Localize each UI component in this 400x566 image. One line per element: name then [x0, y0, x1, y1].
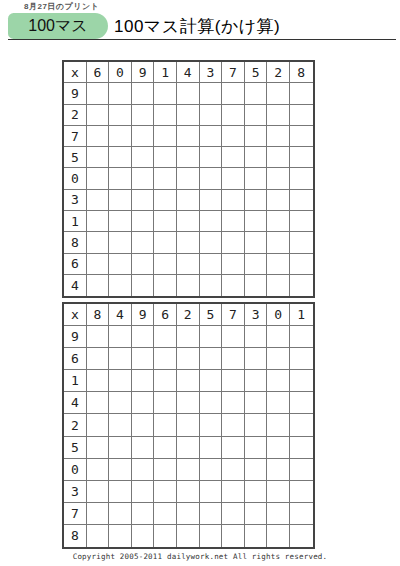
answer-cell[interactable] — [222, 232, 245, 253]
left-header-cell: 5 — [64, 437, 87, 459]
answer-cell[interactable] — [154, 211, 177, 232]
answer-cell[interactable] — [267, 525, 290, 547]
answer-cell[interactable] — [109, 211, 132, 232]
answer-cell[interactable] — [290, 147, 313, 168]
answer-cell[interactable] — [245, 275, 268, 296]
top-header-cell: 1 — [290, 304, 313, 326]
answer-cell[interactable] — [109, 190, 132, 211]
answer-cell[interactable] — [290, 392, 313, 414]
answer-cell[interactable] — [87, 254, 110, 275]
answer-cell[interactable] — [245, 211, 268, 232]
answer-cell[interactable] — [290, 326, 313, 348]
answer-cell[interactable] — [200, 503, 223, 525]
top-header-cell: 0 — [109, 62, 132, 83]
answer-cell[interactable] — [177, 254, 200, 275]
answer-cell[interactable] — [87, 232, 110, 253]
answer-cell[interactable] — [87, 503, 110, 525]
answer-cell[interactable] — [177, 211, 200, 232]
answer-cell[interactable] — [177, 437, 200, 459]
left-header-cell: 0 — [64, 168, 87, 189]
answer-cell[interactable] — [290, 126, 313, 147]
answer-cell[interactable] — [222, 147, 245, 168]
answer-cell[interactable] — [290, 525, 313, 547]
answer-cell[interactable] — [222, 190, 245, 211]
answer-cell[interactable] — [222, 370, 245, 392]
answer-cell[interactable] — [290, 254, 313, 275]
answer-cell[interactable] — [154, 348, 177, 370]
header-divider — [8, 39, 396, 40]
answer-cell[interactable] — [222, 503, 245, 525]
answer-cell[interactable] — [87, 126, 110, 147]
answer-cell[interactable] — [154, 105, 177, 126]
answer-cell[interactable] — [267, 83, 290, 104]
answer-cell[interactable] — [177, 481, 200, 503]
answer-cell[interactable] — [109, 105, 132, 126]
left-header-cell: 2 — [64, 414, 87, 436]
answer-cell[interactable] — [222, 326, 245, 348]
top-header-cell: 3 — [200, 62, 223, 83]
answer-cell[interactable] — [267, 232, 290, 253]
answer-cell[interactable] — [245, 503, 268, 525]
multiplication-grid-1: x60914375289275031864 — [62, 60, 315, 298]
operator-cell: x — [64, 304, 87, 326]
answer-cell[interactable] — [200, 348, 223, 370]
answer-cell[interactable] — [290, 481, 313, 503]
answer-cell[interactable] — [222, 254, 245, 275]
answer-cell[interactable] — [154, 414, 177, 436]
answer-cell[interactable] — [177, 147, 200, 168]
answer-cell[interactable] — [132, 348, 155, 370]
answer-cell[interactable] — [87, 147, 110, 168]
answer-cell[interactable] — [222, 105, 245, 126]
left-header-cell: 0 — [64, 459, 87, 481]
answer-cell[interactable] — [154, 168, 177, 189]
answer-cell[interactable] — [109, 414, 132, 436]
answer-cell[interactable] — [109, 481, 132, 503]
answer-cell[interactable] — [177, 414, 200, 436]
answer-cell[interactable] — [132, 211, 155, 232]
answer-cell[interactable] — [109, 525, 132, 547]
answer-cell[interactable] — [109, 459, 132, 481]
answer-cell[interactable] — [132, 190, 155, 211]
answer-cell[interactable] — [200, 254, 223, 275]
top-header-cell: 8 — [290, 62, 313, 83]
answer-cell[interactable] — [267, 392, 290, 414]
answer-cell[interactable] — [200, 211, 223, 232]
left-header-cell: 7 — [64, 503, 87, 525]
answer-cell[interactable] — [177, 392, 200, 414]
answer-cell[interactable] — [200, 168, 223, 189]
answer-cell[interactable] — [132, 370, 155, 392]
answer-cell[interactable] — [132, 481, 155, 503]
answer-cell[interactable] — [245, 459, 268, 481]
answer-cell[interactable] — [222, 459, 245, 481]
answer-cell[interactable] — [177, 168, 200, 189]
top-header-cell: 4 — [177, 62, 200, 83]
answer-cell[interactable] — [245, 392, 268, 414]
answer-cell[interactable] — [177, 348, 200, 370]
answer-cell[interactable] — [290, 348, 313, 370]
answer-cell[interactable] — [290, 105, 313, 126]
answer-cell[interactable] — [245, 126, 268, 147]
answer-cell[interactable] — [200, 459, 223, 481]
left-header-cell: 7 — [64, 126, 87, 147]
answer-cell[interactable] — [200, 326, 223, 348]
left-header-cell: 5 — [64, 147, 87, 168]
answer-cell[interactable] — [154, 83, 177, 104]
answer-cell[interactable] — [87, 370, 110, 392]
left-header-cell: 4 — [64, 392, 87, 414]
answer-cell[interactable] — [267, 481, 290, 503]
footer-copyright: Copyright 2005-2011 dailywork.net All ri… — [0, 552, 400, 561]
answer-cell[interactable] — [222, 211, 245, 232]
left-header-cell: 1 — [64, 211, 87, 232]
answer-cell[interactable] — [222, 481, 245, 503]
badge-label: 100マス — [28, 16, 87, 37]
answer-cell[interactable] — [245, 83, 268, 104]
answer-cell[interactable] — [290, 437, 313, 459]
answer-cell[interactable] — [222, 168, 245, 189]
answer-cell[interactable] — [267, 459, 290, 481]
answer-cell[interactable] — [87, 275, 110, 296]
answer-cell[interactable] — [132, 147, 155, 168]
top-header-cell: 4 — [109, 304, 132, 326]
answer-cell[interactable] — [245, 232, 268, 253]
answer-cell[interactable] — [245, 190, 268, 211]
answer-cell[interactable] — [154, 275, 177, 296]
top-header-cell: 5 — [200, 304, 223, 326]
answer-cell[interactable] — [200, 437, 223, 459]
answer-cell[interactable] — [154, 392, 177, 414]
answer-cell[interactable] — [267, 370, 290, 392]
answer-cell[interactable] — [177, 190, 200, 211]
top-header-cell: 9 — [132, 62, 155, 83]
answer-cell[interactable] — [87, 211, 110, 232]
answer-cell[interactable] — [267, 503, 290, 525]
top-header-cell: 0 — [267, 304, 290, 326]
answer-cell[interactable] — [245, 370, 268, 392]
answer-cell[interactable] — [109, 348, 132, 370]
answer-cell[interactable] — [267, 326, 290, 348]
left-header-cell: 3 — [64, 190, 87, 211]
answer-cell[interactable] — [87, 326, 110, 348]
answer-cell[interactable] — [154, 254, 177, 275]
answer-cell[interactable] — [222, 275, 245, 296]
answer-cell[interactable] — [154, 190, 177, 211]
answer-cell[interactable] — [132, 168, 155, 189]
answer-cell[interactable] — [87, 414, 110, 436]
answer-cell[interactable] — [290, 232, 313, 253]
answer-cell[interactable] — [267, 126, 290, 147]
top-header-cell: 6 — [87, 62, 110, 83]
answer-cell[interactable] — [109, 503, 132, 525]
answer-cell[interactable] — [222, 348, 245, 370]
answer-cell[interactable] — [132, 392, 155, 414]
top-header-cell: 5 — [245, 62, 268, 83]
answer-cell[interactable] — [132, 275, 155, 296]
answer-cell[interactable] — [290, 503, 313, 525]
answer-cell[interactable] — [109, 254, 132, 275]
answer-cell[interactable] — [177, 525, 200, 547]
answer-cell[interactable] — [177, 370, 200, 392]
answer-cell[interactable] — [132, 83, 155, 104]
answer-cell[interactable] — [222, 392, 245, 414]
answer-cell[interactable] — [290, 168, 313, 189]
left-header-cell: 1 — [64, 370, 87, 392]
answer-cell[interactable] — [87, 348, 110, 370]
answer-cell[interactable] — [267, 414, 290, 436]
answer-cell[interactable] — [154, 326, 177, 348]
answer-cell[interactable] — [154, 232, 177, 253]
top-header-cell: 8 — [87, 304, 110, 326]
answer-cell[interactable] — [132, 414, 155, 436]
answer-cell[interactable] — [87, 437, 110, 459]
answer-cell[interactable] — [267, 105, 290, 126]
page-title: 100マス計算(かけ算) — [114, 15, 280, 38]
answer-cell[interactable] — [109, 83, 132, 104]
answer-cell[interactable] — [109, 275, 132, 296]
answer-cell[interactable] — [200, 275, 223, 296]
top-header-cell: 9 — [132, 304, 155, 326]
answer-cell[interactable] — [132, 326, 155, 348]
answer-cell[interactable] — [200, 190, 223, 211]
answer-cell[interactable] — [290, 190, 313, 211]
answer-cell[interactable] — [245, 168, 268, 189]
answer-cell[interactable] — [267, 211, 290, 232]
answer-cell[interactable] — [87, 190, 110, 211]
answer-cell[interactable] — [177, 105, 200, 126]
answer-cell[interactable] — [177, 83, 200, 104]
answer-cell[interactable] — [267, 147, 290, 168]
answer-cell[interactable] — [245, 147, 268, 168]
date-note: 8月27日のプリント — [24, 1, 99, 12]
answer-cell[interactable] — [154, 126, 177, 147]
answer-cell[interactable] — [132, 105, 155, 126]
answer-cell[interactable] — [132, 232, 155, 253]
answer-cell[interactable] — [267, 348, 290, 370]
answer-cell[interactable] — [267, 190, 290, 211]
answer-cell[interactable] — [154, 525, 177, 547]
answer-cell[interactable] — [177, 503, 200, 525]
answer-cell[interactable] — [132, 437, 155, 459]
answer-cell[interactable] — [290, 414, 313, 436]
top-header-cell: 1 — [154, 62, 177, 83]
answer-cell[interactable] — [290, 211, 313, 232]
answer-cell[interactable] — [132, 503, 155, 525]
answer-cell[interactable] — [200, 83, 223, 104]
answer-cell[interactable] — [87, 105, 110, 126]
answer-cell[interactable] — [177, 126, 200, 147]
answer-cell[interactable] — [132, 126, 155, 147]
answer-cell[interactable] — [87, 459, 110, 481]
answer-cell[interactable] — [154, 503, 177, 525]
answer-cell[interactable] — [109, 437, 132, 459]
answer-cell[interactable] — [200, 414, 223, 436]
answer-cell[interactable] — [245, 348, 268, 370]
answer-cell[interactable] — [200, 147, 223, 168]
left-header-cell: 8 — [64, 232, 87, 253]
answer-cell[interactable] — [290, 459, 313, 481]
answer-cell[interactable] — [177, 275, 200, 296]
left-header-cell: 4 — [64, 275, 87, 296]
left-header-cell: 2 — [64, 105, 87, 126]
answer-cell[interactable] — [109, 147, 132, 168]
left-header-cell: 8 — [64, 525, 87, 547]
left-header-cell: 6 — [64, 254, 87, 275]
answer-cell[interactable] — [267, 168, 290, 189]
answer-cell[interactable] — [245, 326, 268, 348]
answer-cell[interactable] — [267, 254, 290, 275]
answer-cell[interactable] — [87, 392, 110, 414]
answer-cell[interactable] — [177, 459, 200, 481]
answer-cell[interactable] — [200, 392, 223, 414]
top-header-cell: 3 — [245, 304, 268, 326]
answer-cell[interactable] — [200, 105, 223, 126]
answer-cell[interactable] — [245, 105, 268, 126]
answer-cell[interactable] — [290, 370, 313, 392]
answer-cell[interactable] — [290, 83, 313, 104]
answer-cell[interactable] — [200, 126, 223, 147]
answer-cell[interactable] — [87, 525, 110, 547]
answer-cell[interactable] — [87, 83, 110, 104]
answer-cell[interactable] — [177, 232, 200, 253]
answer-cell[interactable] — [109, 370, 132, 392]
answer-cell[interactable] — [290, 275, 313, 296]
answer-cell[interactable] — [154, 147, 177, 168]
answer-cell[interactable] — [222, 414, 245, 436]
answer-cell[interactable] — [109, 392, 132, 414]
answer-cell[interactable] — [109, 168, 132, 189]
left-header-cell: 3 — [64, 481, 87, 503]
answer-cell[interactable] — [109, 232, 132, 253]
answer-cell[interactable] — [245, 437, 268, 459]
answer-cell[interactable] — [87, 168, 110, 189]
answer-cell[interactable] — [87, 481, 110, 503]
answer-cell[interactable] — [267, 275, 290, 296]
answer-cell[interactable] — [222, 83, 245, 104]
answer-cell[interactable] — [267, 437, 290, 459]
answer-cell[interactable] — [177, 326, 200, 348]
page: { "game": "100-square multiplication dri… — [0, 0, 400, 566]
answer-cell[interactable] — [245, 254, 268, 275]
answer-cell[interactable] — [132, 459, 155, 481]
answer-cell[interactable] — [154, 437, 177, 459]
top-header-cell: 2 — [177, 304, 200, 326]
answer-cell[interactable] — [222, 437, 245, 459]
answer-cell[interactable] — [245, 525, 268, 547]
answer-cell[interactable] — [222, 126, 245, 147]
top-header-cell: 6 — [154, 304, 177, 326]
top-header-cell: 7 — [222, 304, 245, 326]
answer-cell[interactable] — [245, 414, 268, 436]
answer-cell[interactable] — [154, 459, 177, 481]
multiplication-grid-2: x84962573019614250378 — [62, 302, 315, 549]
answer-cell[interactable] — [200, 481, 223, 503]
answer-cell[interactable] — [200, 232, 223, 253]
worksheet-type-badge: 100マス — [8, 13, 108, 39]
answer-cell[interactable] — [109, 326, 132, 348]
top-header-cell: 2 — [267, 62, 290, 83]
operator-cell: x — [64, 62, 87, 83]
answer-cell[interactable] — [200, 370, 223, 392]
answer-cell[interactable] — [222, 525, 245, 547]
answer-cell[interactable] — [154, 370, 177, 392]
left-header-cell: 9 — [64, 326, 87, 348]
top-header-cell: 7 — [222, 62, 245, 83]
left-header-cell: 6 — [64, 348, 87, 370]
answer-cell[interactable] — [245, 481, 268, 503]
answer-cell[interactable] — [109, 126, 132, 147]
answer-cell[interactable] — [154, 481, 177, 503]
left-header-cell: 9 — [64, 83, 87, 104]
answer-cell[interactable] — [132, 525, 155, 547]
answer-cell[interactable] — [132, 254, 155, 275]
answer-cell[interactable] — [200, 525, 223, 547]
